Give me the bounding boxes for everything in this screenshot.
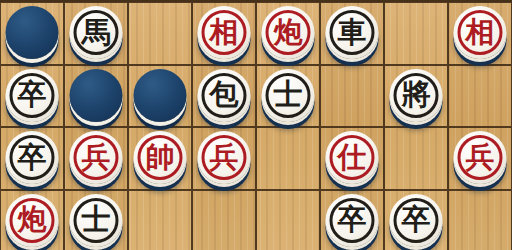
piece-black-soldier[interactable]: 卒 <box>326 194 379 247</box>
board-cell[interactable]: 卒 <box>0 127 64 190</box>
hidden-piece[interactable] <box>70 69 123 122</box>
board-cell[interactable] <box>64 65 128 128</box>
board-cell[interactable]: 包 <box>192 65 256 128</box>
board-cell[interactable] <box>256 127 320 190</box>
piece-character: 相 <box>210 18 239 47</box>
piece-character: 卒 <box>338 205 367 234</box>
board-cell[interactable]: 兵 <box>448 127 512 190</box>
board-cell[interactable] <box>128 65 192 128</box>
piece-red-advisor[interactable]: 仕 <box>326 131 379 184</box>
board-cell[interactable] <box>448 65 512 128</box>
piece-character: 士 <box>274 80 303 109</box>
piece-red-general[interactable]: 帥 <box>134 131 187 184</box>
board-cell[interactable]: 將 <box>384 65 448 128</box>
board-cell[interactable]: 相 <box>448 2 512 65</box>
hidden-piece[interactable] <box>134 69 187 122</box>
board-cell[interactable]: 兵 <box>192 127 256 190</box>
piece-red-soldier[interactable]: 兵 <box>454 131 507 184</box>
piece-black-soldier[interactable]: 卒 <box>390 194 443 247</box>
board-cell[interactable]: 士 <box>64 190 128 250</box>
piece-red-soldier[interactable]: 兵 <box>198 131 251 184</box>
piece-black-soldier[interactable]: 卒 <box>6 131 59 184</box>
piece-character: 卒 <box>18 143 47 172</box>
piece-character: 士 <box>82 205 111 234</box>
piece-character: 炮 <box>274 18 303 47</box>
piece-red-soldier[interactable]: 兵 <box>70 131 123 184</box>
piece-black-general[interactable]: 將 <box>390 69 443 122</box>
piece-character: 相 <box>466 18 495 47</box>
piece-red-elephant[interactable]: 相 <box>454 6 507 59</box>
board-cell[interactable]: 兵 <box>64 127 128 190</box>
piece-character: 仕 <box>338 143 367 172</box>
board-cell[interactable]: 卒 <box>0 65 64 128</box>
board-cell[interactable]: 卒 <box>384 190 448 250</box>
board-cell[interactable]: 馬 <box>64 2 128 65</box>
piece-character: 兵 <box>82 143 111 172</box>
piece-red-cannon[interactable]: 炮 <box>262 6 315 59</box>
piece-character: 兵 <box>210 143 239 172</box>
board-cell[interactable]: 士 <box>256 65 320 128</box>
piece-black-advisor[interactable]: 士 <box>262 69 315 122</box>
piece-character: 卒 <box>18 80 47 109</box>
board-cell[interactable] <box>0 2 64 65</box>
board-cell[interactable] <box>128 190 192 250</box>
hidden-piece[interactable] <box>6 6 59 59</box>
board-cell[interactable]: 仕 <box>320 127 384 190</box>
board-cell[interactable] <box>128 2 192 65</box>
piece-character: 帥 <box>146 143 175 172</box>
board-cell[interactable]: 卒 <box>320 190 384 250</box>
board-cell[interactable] <box>448 190 512 250</box>
board-cell[interactable]: 炮 <box>256 2 320 65</box>
board-cell[interactable] <box>192 190 256 250</box>
piece-red-elephant[interactable]: 相 <box>198 6 251 59</box>
piece-character: 炮 <box>18 205 47 234</box>
piece-black-cannon[interactable]: 包 <box>198 69 251 122</box>
board-cell[interactable]: 車 <box>320 2 384 65</box>
piece-black-advisor[interactable]: 士 <box>70 194 123 247</box>
board-cell[interactable]: 相 <box>192 2 256 65</box>
piece-character: 卒 <box>402 205 431 234</box>
banqi-board: 馬相炮車相卒包士將卒兵帥兵仕兵炮士卒卒 <box>0 0 512 250</box>
piece-red-cannon[interactable]: 炮 <box>6 194 59 247</box>
piece-character: 車 <box>338 18 367 47</box>
board-cell[interactable]: 炮 <box>0 190 64 250</box>
piece-character: 包 <box>210 80 239 109</box>
piece-character: 馬 <box>82 18 111 47</box>
piece-black-chariot[interactable]: 車 <box>326 6 379 59</box>
board-cell[interactable] <box>256 190 320 250</box>
board-cell[interactable]: 帥 <box>128 127 192 190</box>
piece-black-horse[interactable]: 馬 <box>70 6 123 59</box>
piece-black-soldier[interactable]: 卒 <box>6 69 59 122</box>
piece-character: 兵 <box>466 143 495 172</box>
piece-character: 將 <box>402 80 431 109</box>
board-cell[interactable] <box>320 65 384 128</box>
board-cell[interactable] <box>384 2 448 65</box>
board-cell[interactable] <box>384 127 448 190</box>
